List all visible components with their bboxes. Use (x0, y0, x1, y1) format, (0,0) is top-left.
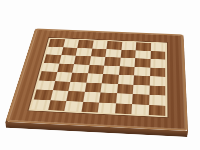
chessboard (5, 29, 187, 131)
square (98, 102, 116, 113)
square (149, 85, 165, 95)
square (134, 67, 150, 76)
square (81, 101, 99, 112)
square (150, 67, 166, 76)
square (70, 73, 87, 83)
board-frame (5, 29, 187, 131)
chessboard-product-photo (0, 0, 200, 150)
square (37, 80, 55, 90)
square (116, 93, 133, 104)
square (31, 99, 50, 110)
square (39, 71, 57, 81)
square (149, 95, 166, 106)
square (133, 75, 149, 85)
square (117, 84, 134, 94)
square (52, 81, 70, 91)
square (115, 103, 133, 114)
square (148, 105, 165, 116)
square (84, 82, 101, 92)
square (149, 76, 165, 86)
playing-field (31, 39, 165, 116)
square (50, 90, 68, 100)
inlay-line (29, 38, 168, 118)
square (118, 75, 134, 85)
square (100, 83, 117, 93)
square (99, 92, 116, 103)
square (64, 101, 82, 112)
square (133, 84, 150, 94)
square (131, 104, 148, 115)
square (83, 92, 101, 103)
square (86, 73, 103, 83)
square (55, 72, 72, 82)
square (48, 100, 67, 111)
square (66, 91, 84, 102)
square (102, 74, 119, 84)
square (68, 82, 86, 92)
square (132, 94, 149, 105)
square (34, 89, 53, 99)
